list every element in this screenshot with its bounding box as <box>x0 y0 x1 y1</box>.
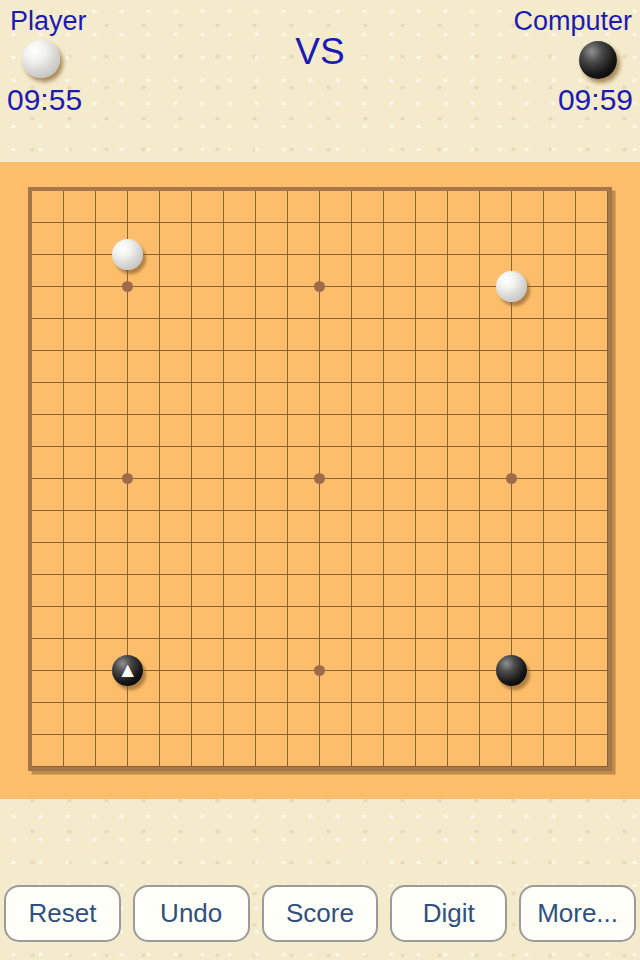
digit-button[interactable]: Digit <box>390 885 507 942</box>
toolbar: Reset Undo Score Digit More... <box>0 885 640 942</box>
last-move-triangle-marker: ▲ <box>117 659 138 680</box>
more-button[interactable]: More... <box>519 885 636 942</box>
computer-label: Computer <box>513 6 632 37</box>
go-app-screen: Player VS Computer 09:55 09:59 ▲ Reset U… <box>0 0 640 960</box>
undo-button[interactable]: Undo <box>133 885 250 942</box>
computer-clock: 09:59 <box>558 83 633 117</box>
player-clock: 09:55 <box>7 83 82 117</box>
score-button[interactable]: Score <box>262 885 379 942</box>
player-white-stone-icon <box>22 40 60 78</box>
computer-black-stone-icon <box>579 41 617 79</box>
reset-button[interactable]: Reset <box>4 885 121 942</box>
go-board[interactable]: ▲ <box>31 190 609 768</box>
board-panel: ▲ <box>0 162 640 799</box>
vs-label: VS <box>0 31 640 73</box>
